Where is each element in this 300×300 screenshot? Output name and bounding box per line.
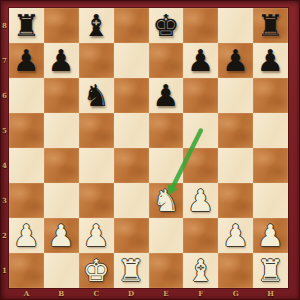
- square-c3[interactable]: [79, 183, 114, 218]
- piece-white-pawn-b2[interactable]: ♟: [44, 218, 79, 253]
- piece-black-pawn-f7[interactable]: ♟: [183, 43, 218, 78]
- chess-diagram: ♜♝♚♜♟♟♟♟♟♞♟♞♟♟♟♟♟♟♚♜♝♜ 87654321ABCDEFGH: [0, 0, 300, 300]
- square-a5[interactable]: [9, 113, 44, 148]
- square-a2[interactable]: ♟: [9, 218, 44, 253]
- chess-board[interactable]: ♜♝♚♜♟♟♟♟♟♞♟♞♟♟♟♟♟♟♚♜♝♜: [9, 8, 288, 288]
- square-f3[interactable]: ♟: [183, 183, 218, 218]
- square-f8[interactable]: [183, 8, 218, 43]
- rank-label-1: 1: [0, 253, 9, 288]
- square-d1[interactable]: ♜: [114, 253, 149, 288]
- square-f7[interactable]: ♟: [183, 43, 218, 78]
- square-c4[interactable]: [79, 148, 114, 183]
- rank-label-4: 4: [0, 148, 9, 183]
- square-h8[interactable]: ♜: [253, 8, 288, 43]
- square-h6[interactable]: [253, 78, 288, 113]
- square-d2[interactable]: [114, 218, 149, 253]
- piece-white-knight-e3[interactable]: ♞: [149, 183, 184, 218]
- square-c5[interactable]: [79, 113, 114, 148]
- square-f5[interactable]: [183, 113, 218, 148]
- square-d8[interactable]: [114, 8, 149, 43]
- square-f6[interactable]: [183, 78, 218, 113]
- piece-black-knight-c6[interactable]: ♞: [79, 78, 114, 113]
- square-g2[interactable]: ♟: [218, 218, 253, 253]
- square-c2[interactable]: ♟: [79, 218, 114, 253]
- piece-white-pawn-c2[interactable]: ♟: [79, 218, 114, 253]
- piece-black-pawn-e6[interactable]: ♟: [149, 78, 184, 113]
- square-e3[interactable]: ♞: [149, 183, 184, 218]
- file-label-h: H: [253, 289, 288, 300]
- rank-label-3: 3: [0, 183, 9, 218]
- piece-white-bishop-f1[interactable]: ♝: [183, 253, 218, 288]
- file-label-g: G: [218, 289, 253, 300]
- square-b2[interactable]: ♟: [44, 218, 79, 253]
- square-a8[interactable]: ♜: [9, 8, 44, 43]
- square-g6[interactable]: [218, 78, 253, 113]
- square-h4[interactable]: [253, 148, 288, 183]
- piece-black-pawn-b7[interactable]: ♟: [44, 43, 79, 78]
- square-e6[interactable]: ♟: [149, 78, 184, 113]
- square-d6[interactable]: [114, 78, 149, 113]
- square-d7[interactable]: [114, 43, 149, 78]
- square-f1[interactable]: ♝: [183, 253, 218, 288]
- square-a1[interactable]: [9, 253, 44, 288]
- file-label-e: E: [149, 289, 184, 300]
- square-b5[interactable]: [44, 113, 79, 148]
- piece-black-pawn-a7[interactable]: ♟: [9, 43, 44, 78]
- square-b3[interactable]: [44, 183, 79, 218]
- piece-black-rook-a8[interactable]: ♜: [9, 8, 44, 43]
- file-label-b: B: [44, 289, 79, 300]
- square-e7[interactable]: [149, 43, 184, 78]
- square-g5[interactable]: [218, 113, 253, 148]
- piece-black-rook-h8[interactable]: ♜: [253, 8, 288, 43]
- piece-white-pawn-h2[interactable]: ♟: [253, 218, 288, 253]
- square-e1[interactable]: [149, 253, 184, 288]
- piece-black-pawn-g7[interactable]: ♟: [218, 43, 253, 78]
- piece-black-bishop-c8[interactable]: ♝: [79, 8, 114, 43]
- file-label-f: F: [183, 289, 218, 300]
- square-b8[interactable]: [44, 8, 79, 43]
- square-b7[interactable]: ♟: [44, 43, 79, 78]
- rank-label-5: 5: [0, 113, 9, 148]
- square-b6[interactable]: [44, 78, 79, 113]
- square-c8[interactable]: ♝: [79, 8, 114, 43]
- square-g4[interactable]: [218, 148, 253, 183]
- square-a6[interactable]: [9, 78, 44, 113]
- square-f2[interactable]: [183, 218, 218, 253]
- square-g3[interactable]: [218, 183, 253, 218]
- piece-black-pawn-h7[interactable]: ♟: [253, 43, 288, 78]
- rank-label-6: 6: [0, 78, 9, 113]
- rank-label-2: 2: [0, 218, 9, 253]
- piece-white-pawn-a2[interactable]: ♟: [9, 218, 44, 253]
- square-e2[interactable]: [149, 218, 184, 253]
- square-h5[interactable]: [253, 113, 288, 148]
- square-b4[interactable]: [44, 148, 79, 183]
- square-h1[interactable]: ♜: [253, 253, 288, 288]
- square-g1[interactable]: [218, 253, 253, 288]
- square-h2[interactable]: ♟: [253, 218, 288, 253]
- piece-white-pawn-f3[interactable]: ♟: [183, 183, 218, 218]
- square-f4[interactable]: [183, 148, 218, 183]
- piece-white-pawn-g2[interactable]: ♟: [218, 218, 253, 253]
- square-h7[interactable]: ♟: [253, 43, 288, 78]
- rank-label-8: 8: [0, 8, 9, 43]
- piece-black-king-e8[interactable]: ♚: [149, 8, 184, 43]
- square-e4[interactable]: [149, 148, 184, 183]
- square-c6[interactable]: ♞: [79, 78, 114, 113]
- piece-white-king-c1[interactable]: ♚: [79, 253, 114, 288]
- square-a3[interactable]: [9, 183, 44, 218]
- file-label-c: C: [79, 289, 114, 300]
- square-e5[interactable]: [149, 113, 184, 148]
- square-e8[interactable]: ♚: [149, 8, 184, 43]
- square-h3[interactable]: [253, 183, 288, 218]
- square-d3[interactable]: [114, 183, 149, 218]
- square-a7[interactable]: ♟: [9, 43, 44, 78]
- square-g8[interactable]: [218, 8, 253, 43]
- square-g7[interactable]: ♟: [218, 43, 253, 78]
- square-c1[interactable]: ♚: [79, 253, 114, 288]
- file-label-a: A: [9, 289, 44, 300]
- piece-white-rook-d1[interactable]: ♜: [114, 253, 149, 288]
- square-a4[interactable]: [9, 148, 44, 183]
- square-d5[interactable]: [114, 113, 149, 148]
- file-label-d: D: [114, 289, 149, 300]
- square-d4[interactable]: [114, 148, 149, 183]
- square-b1[interactable]: [44, 253, 79, 288]
- square-c7[interactable]: [79, 43, 114, 78]
- piece-white-rook-h1[interactable]: ♜: [253, 253, 288, 288]
- rank-label-7: 7: [0, 43, 9, 78]
